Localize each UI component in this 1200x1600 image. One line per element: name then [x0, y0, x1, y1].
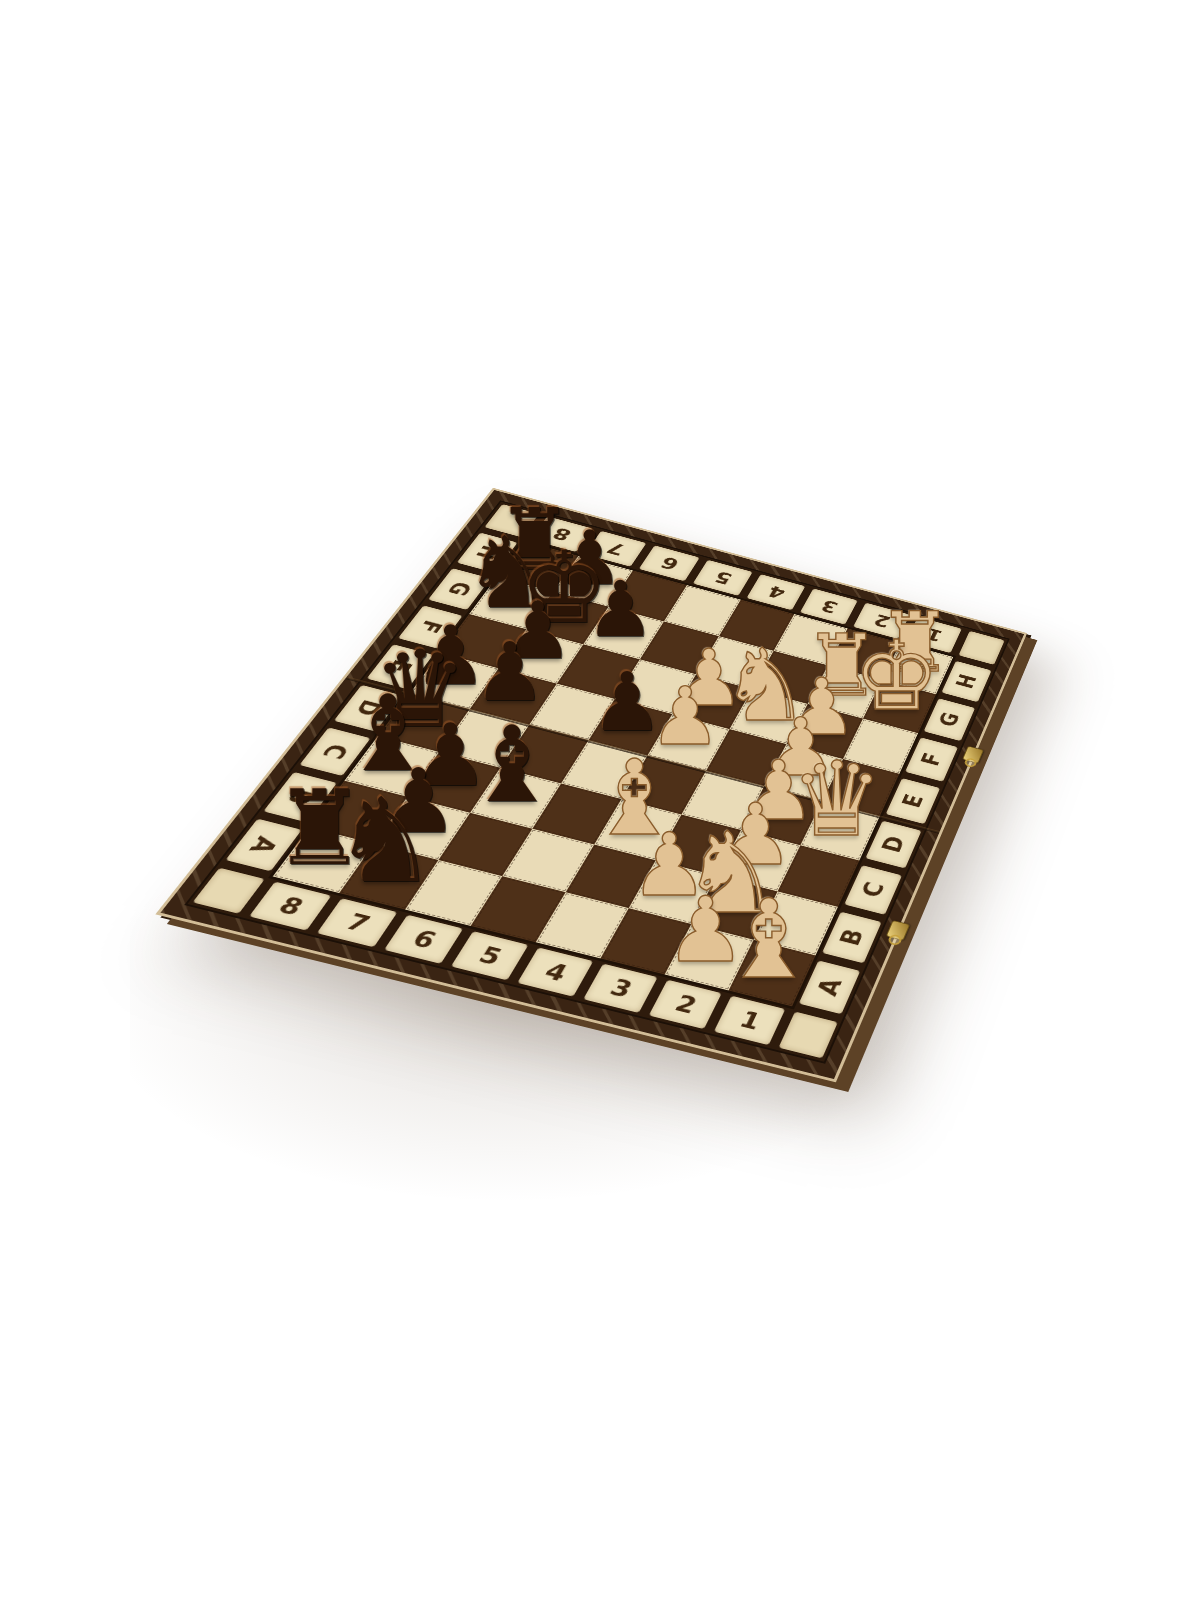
- piece-light-bishop-a1[interactable]: ♝: [720, 885, 818, 994]
- piece-light-queen-d1[interactable]: ♛: [791, 747, 883, 850]
- piece-dark-pawn-e7[interactable]: ♟: [473, 631, 546, 712]
- piece-light-king-g1[interactable]: ♚: [854, 629, 940, 725]
- product-photo-stage: AA88BB77CC66DD55EE44FF33GG22HH11 ♜♜♞♞♝♝♛…: [0, 0, 1200, 1600]
- piece-dark-pawn-g6[interactable]: ♟: [586, 571, 655, 648]
- piece-dark-bishop-c6[interactable]: ♝: [465, 713, 559, 818]
- piece-dark-knight-a7[interactable]: ♞: [332, 782, 437, 899]
